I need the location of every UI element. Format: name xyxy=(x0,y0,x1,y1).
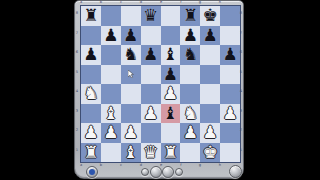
square-c6[interactable]: ♞ xyxy=(121,45,141,65)
square-d1[interactable]: ♛ xyxy=(141,143,161,163)
square-c1[interactable]: ♝ xyxy=(121,143,141,163)
square-f2[interactable]: ♟ xyxy=(180,123,200,143)
coordinate-label: d xyxy=(138,163,143,167)
square-g4[interactable] xyxy=(200,84,220,104)
square-d7[interactable] xyxy=(141,26,161,46)
square-g7[interactable]: ♟ xyxy=(200,26,220,46)
coordinate-label: 3 xyxy=(75,109,80,113)
piece-black-king[interactable]: ♚ xyxy=(200,6,220,26)
square-e7[interactable] xyxy=(161,26,181,46)
coordinate-label: 4 xyxy=(239,89,244,93)
square-f7[interactable]: ♟ xyxy=(180,26,200,46)
coordinate-label: h xyxy=(218,163,223,167)
square-e5[interactable]: ♟ xyxy=(161,65,181,85)
coordinate-label: 6 xyxy=(239,50,244,54)
square-d6[interactable]: ♟ xyxy=(141,45,161,65)
square-a5[interactable] xyxy=(81,65,101,85)
square-g3[interactable] xyxy=(200,104,220,124)
coordinate-label: 1 xyxy=(239,148,244,152)
piece-black-knight[interactable]: ♞ xyxy=(121,45,141,65)
piece-black-pawn[interactable]: ♟ xyxy=(200,26,220,46)
square-a4[interactable]: ♞ xyxy=(81,84,101,104)
nav-forward-button[interactable] xyxy=(162,166,174,178)
piece-black-pawn[interactable]: ♟ xyxy=(121,26,141,46)
chess-board-border: ♜♛♜♚♟♟♟♟♟♞♟♝♞♟♟♞♟♝♟♝♞♟♟♟♟♟♟♜♝♛♜♚ xyxy=(80,5,241,163)
coordinate-label: 8 xyxy=(239,11,244,15)
coordinate-label: a xyxy=(79,163,84,167)
coordinate-label: 5 xyxy=(75,70,80,74)
square-c2[interactable]: ♟ xyxy=(121,123,141,143)
coordinate-label: e xyxy=(158,0,163,4)
coordinate-label: 6 xyxy=(75,50,80,54)
piece-white-king[interactable]: ♚ xyxy=(200,143,220,163)
coordinate-label: 7 xyxy=(75,31,80,35)
chess-board: ♜♛♜♚♟♟♟♟♟♞♟♝♞♟♟♞♟♝♟♝♞♟♟♟♟♟♟♜♝♛♜♚ xyxy=(81,6,240,162)
square-b6[interactable] xyxy=(101,45,121,65)
piece-black-queen[interactable]: ♛ xyxy=(141,6,161,26)
menu-button[interactable] xyxy=(229,165,242,178)
square-c3[interactable] xyxy=(121,104,141,124)
square-h2[interactable] xyxy=(220,123,240,143)
square-b1[interactable] xyxy=(101,143,121,163)
square-f5[interactable] xyxy=(180,65,200,85)
piece-white-knight[interactable]: ♞ xyxy=(180,104,200,124)
square-a1[interactable]: ♜ xyxy=(81,143,101,163)
coordinate-label: a xyxy=(79,0,84,4)
square-g6[interactable] xyxy=(200,45,220,65)
piece-white-pawn[interactable]: ♟ xyxy=(141,104,161,124)
piece-black-pawn[interactable]: ♟ xyxy=(180,26,200,46)
piece-black-bishop[interactable]: ♝ xyxy=(161,45,181,65)
square-d8[interactable]: ♛ xyxy=(141,6,161,26)
square-d3[interactable]: ♟ xyxy=(141,104,161,124)
square-e1[interactable]: ♜ xyxy=(161,143,181,163)
square-h3[interactable]: ♟ xyxy=(220,104,240,124)
coordinate-label: f xyxy=(178,163,183,167)
coordinate-label: g xyxy=(198,0,203,4)
square-h4[interactable] xyxy=(220,84,240,104)
piece-white-rook[interactable]: ♜ xyxy=(161,143,181,163)
piece-white-knight[interactable]: ♞ xyxy=(81,84,101,104)
square-b2[interactable]: ♟ xyxy=(101,123,121,143)
piece-white-pawn[interactable]: ♟ xyxy=(220,104,240,124)
nav-first-button[interactable] xyxy=(141,168,149,176)
square-a2[interactable]: ♟ xyxy=(81,123,101,143)
piece-white-bishop[interactable]: ♝ xyxy=(121,143,141,163)
coordinate-label: 7 xyxy=(239,31,244,35)
piece-black-knight[interactable]: ♞ xyxy=(180,45,200,65)
square-g2[interactable]: ♟ xyxy=(200,123,220,143)
square-a8[interactable]: ♜ xyxy=(81,6,101,26)
square-g1[interactable]: ♚ xyxy=(200,143,220,163)
square-h1[interactable] xyxy=(220,143,240,163)
square-a3[interactable] xyxy=(81,104,101,124)
square-e2[interactable] xyxy=(161,123,181,143)
piece-black-rook[interactable]: ♜ xyxy=(81,6,101,26)
piece-black-pawn[interactable]: ♟ xyxy=(220,45,240,65)
piece-white-pawn[interactable]: ♟ xyxy=(121,123,141,143)
piece-black-pawn[interactable]: ♟ xyxy=(161,65,181,85)
coordinate-label: 5 xyxy=(239,70,244,74)
piece-black-bishop[interactable]: ♝ xyxy=(161,104,181,124)
piece-black-pawn[interactable]: ♟ xyxy=(101,26,121,46)
chess-window-frame: ♜♛♜♚♟♟♟♟♟♞♟♝♞♟♟♞♟♝♟♝♞♟♟♟♟♟♟♜♝♛♜♚ 8765432… xyxy=(74,0,244,179)
piece-black-pawn[interactable]: ♟ xyxy=(141,45,161,65)
coordinate-label: c xyxy=(118,163,123,167)
coordinate-label: 8 xyxy=(75,11,80,15)
coordinate-label: 2 xyxy=(75,128,80,132)
piece-black-rook[interactable]: ♜ xyxy=(180,6,200,26)
square-e4[interactable]: ♟ xyxy=(161,84,181,104)
nav-last-button[interactable] xyxy=(175,168,183,176)
coordinate-label: 3 xyxy=(239,109,244,113)
square-b7[interactable]: ♟ xyxy=(101,26,121,46)
piece-white-pawn[interactable]: ♟ xyxy=(81,123,101,143)
square-d2[interactable] xyxy=(141,123,161,143)
square-h7[interactable] xyxy=(220,26,240,46)
coordinate-label: b xyxy=(98,163,103,167)
coordinate-label: d xyxy=(138,0,143,4)
square-h5[interactable] xyxy=(220,65,240,85)
square-f8[interactable]: ♜ xyxy=(180,6,200,26)
square-c4[interactable] xyxy=(121,84,141,104)
square-h6[interactable]: ♟ xyxy=(220,45,240,65)
square-c5[interactable] xyxy=(121,65,141,85)
coordinate-label: g xyxy=(198,163,203,167)
square-a6[interactable]: ♟ xyxy=(81,45,101,65)
piece-white-queen[interactable]: ♛ xyxy=(141,143,161,163)
square-f4[interactable] xyxy=(180,84,200,104)
coordinate-label: b xyxy=(98,0,103,4)
square-g8[interactable]: ♚ xyxy=(200,6,220,26)
piece-white-bishop[interactable]: ♝ xyxy=(101,104,121,124)
coordinate-label: 2 xyxy=(239,128,244,132)
piece-white-rook[interactable]: ♜ xyxy=(81,143,101,163)
square-h8[interactable] xyxy=(220,6,240,26)
square-f6[interactable]: ♞ xyxy=(180,45,200,65)
piece-white-pawn[interactable]: ♟ xyxy=(101,123,121,143)
square-d4[interactable] xyxy=(141,84,161,104)
square-e8[interactable] xyxy=(161,6,181,26)
coordinate-label: h xyxy=(218,0,223,4)
screenshot-root: { "game": "chess", "position": { "fen": … xyxy=(0,0,320,180)
square-c7[interactable]: ♟ xyxy=(121,26,141,46)
coordinate-label: 1 xyxy=(75,148,80,152)
piece-black-pawn[interactable]: ♟ xyxy=(81,45,101,65)
square-b4[interactable] xyxy=(101,84,121,104)
square-e6[interactable]: ♝ xyxy=(161,45,181,65)
nav-back-button[interactable] xyxy=(150,166,162,178)
piece-white-pawn[interactable]: ♟ xyxy=(200,123,220,143)
piece-white-pawn[interactable]: ♟ xyxy=(161,84,181,104)
square-e3[interactable]: ♝ xyxy=(161,104,181,124)
square-c8[interactable] xyxy=(121,6,141,26)
globe-button[interactable] xyxy=(86,166,98,178)
square-a7[interactable] xyxy=(81,26,101,46)
square-f3[interactable]: ♞ xyxy=(180,104,200,124)
square-b8[interactable] xyxy=(101,6,121,26)
coordinate-label: c xyxy=(118,0,123,4)
square-d5[interactable] xyxy=(141,65,161,85)
coordinate-label: 4 xyxy=(75,89,80,93)
piece-white-pawn[interactable]: ♟ xyxy=(180,123,200,143)
coordinate-label: f xyxy=(178,0,183,4)
square-b5[interactable] xyxy=(101,65,121,85)
square-b3[interactable]: ♝ xyxy=(101,104,121,124)
square-f1[interactable] xyxy=(180,143,200,163)
square-g5[interactable] xyxy=(200,65,220,85)
